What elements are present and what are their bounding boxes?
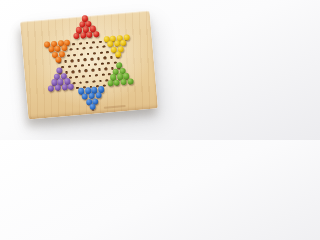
peg-blue[interactable] bbox=[89, 104, 96, 111]
peg-purple[interactable] bbox=[61, 84, 68, 91]
hole[interactable] bbox=[87, 53, 90, 56]
hole[interactable] bbox=[75, 76, 78, 79]
hole[interactable] bbox=[89, 47, 92, 50]
hole[interactable] bbox=[83, 47, 86, 50]
hole[interactable] bbox=[77, 59, 80, 62]
hole[interactable] bbox=[107, 62, 110, 65]
hole[interactable] bbox=[99, 79, 102, 82]
peg-red[interactable] bbox=[93, 31, 100, 38]
hole[interactable] bbox=[99, 40, 102, 43]
hole[interactable] bbox=[98, 68, 101, 71]
peg-orange[interactable] bbox=[55, 57, 62, 64]
peg-green[interactable] bbox=[127, 78, 134, 85]
hole[interactable] bbox=[72, 43, 75, 46]
hole[interactable] bbox=[87, 64, 90, 67]
hole[interactable] bbox=[97, 57, 100, 60]
hole[interactable] bbox=[110, 56, 113, 59]
hole[interactable] bbox=[76, 48, 79, 51]
hole[interactable] bbox=[85, 70, 88, 73]
hole[interactable] bbox=[90, 58, 93, 61]
hole[interactable] bbox=[64, 60, 67, 63]
hole[interactable] bbox=[103, 57, 106, 60]
peg-yellow[interactable] bbox=[115, 51, 122, 58]
hole[interactable] bbox=[82, 75, 85, 78]
peg-green[interactable] bbox=[120, 79, 127, 86]
hole[interactable] bbox=[94, 63, 97, 66]
hole[interactable] bbox=[91, 69, 94, 72]
hole[interactable] bbox=[106, 51, 109, 54]
peg-purple[interactable] bbox=[68, 83, 75, 90]
hole[interactable] bbox=[74, 65, 77, 68]
hole[interactable] bbox=[95, 74, 98, 77]
chinese-checkers-board bbox=[20, 11, 158, 120]
peg-red[interactable] bbox=[73, 33, 80, 40]
hole[interactable] bbox=[92, 41, 95, 44]
hole[interactable] bbox=[100, 52, 103, 55]
hole[interactable] bbox=[70, 49, 73, 52]
hole[interactable] bbox=[68, 65, 71, 68]
hole[interactable] bbox=[79, 42, 82, 45]
hole[interactable] bbox=[78, 70, 81, 73]
hole[interactable] bbox=[102, 74, 105, 77]
star-field bbox=[20, 11, 158, 120]
hole[interactable] bbox=[80, 53, 83, 56]
hole[interactable] bbox=[72, 71, 75, 74]
product-photo-scene bbox=[0, 0, 180, 140]
peg-red[interactable] bbox=[86, 32, 93, 39]
hole[interactable] bbox=[84, 58, 87, 61]
hole[interactable] bbox=[93, 52, 96, 55]
peg-purple[interactable] bbox=[55, 84, 62, 91]
hole[interactable] bbox=[71, 60, 74, 63]
hole[interactable] bbox=[96, 46, 99, 49]
hole[interactable] bbox=[79, 81, 82, 84]
hole[interactable] bbox=[92, 80, 95, 83]
hole[interactable] bbox=[104, 68, 107, 71]
hole[interactable] bbox=[67, 54, 70, 57]
hole[interactable] bbox=[101, 63, 104, 66]
peg-purple[interactable] bbox=[48, 85, 55, 92]
hole[interactable] bbox=[102, 46, 105, 49]
hole[interactable] bbox=[88, 75, 91, 78]
hole[interactable] bbox=[81, 64, 84, 67]
hole[interactable] bbox=[86, 42, 89, 45]
peg-green[interactable] bbox=[114, 79, 121, 86]
hole[interactable] bbox=[73, 54, 76, 57]
hole[interactable] bbox=[86, 81, 89, 84]
